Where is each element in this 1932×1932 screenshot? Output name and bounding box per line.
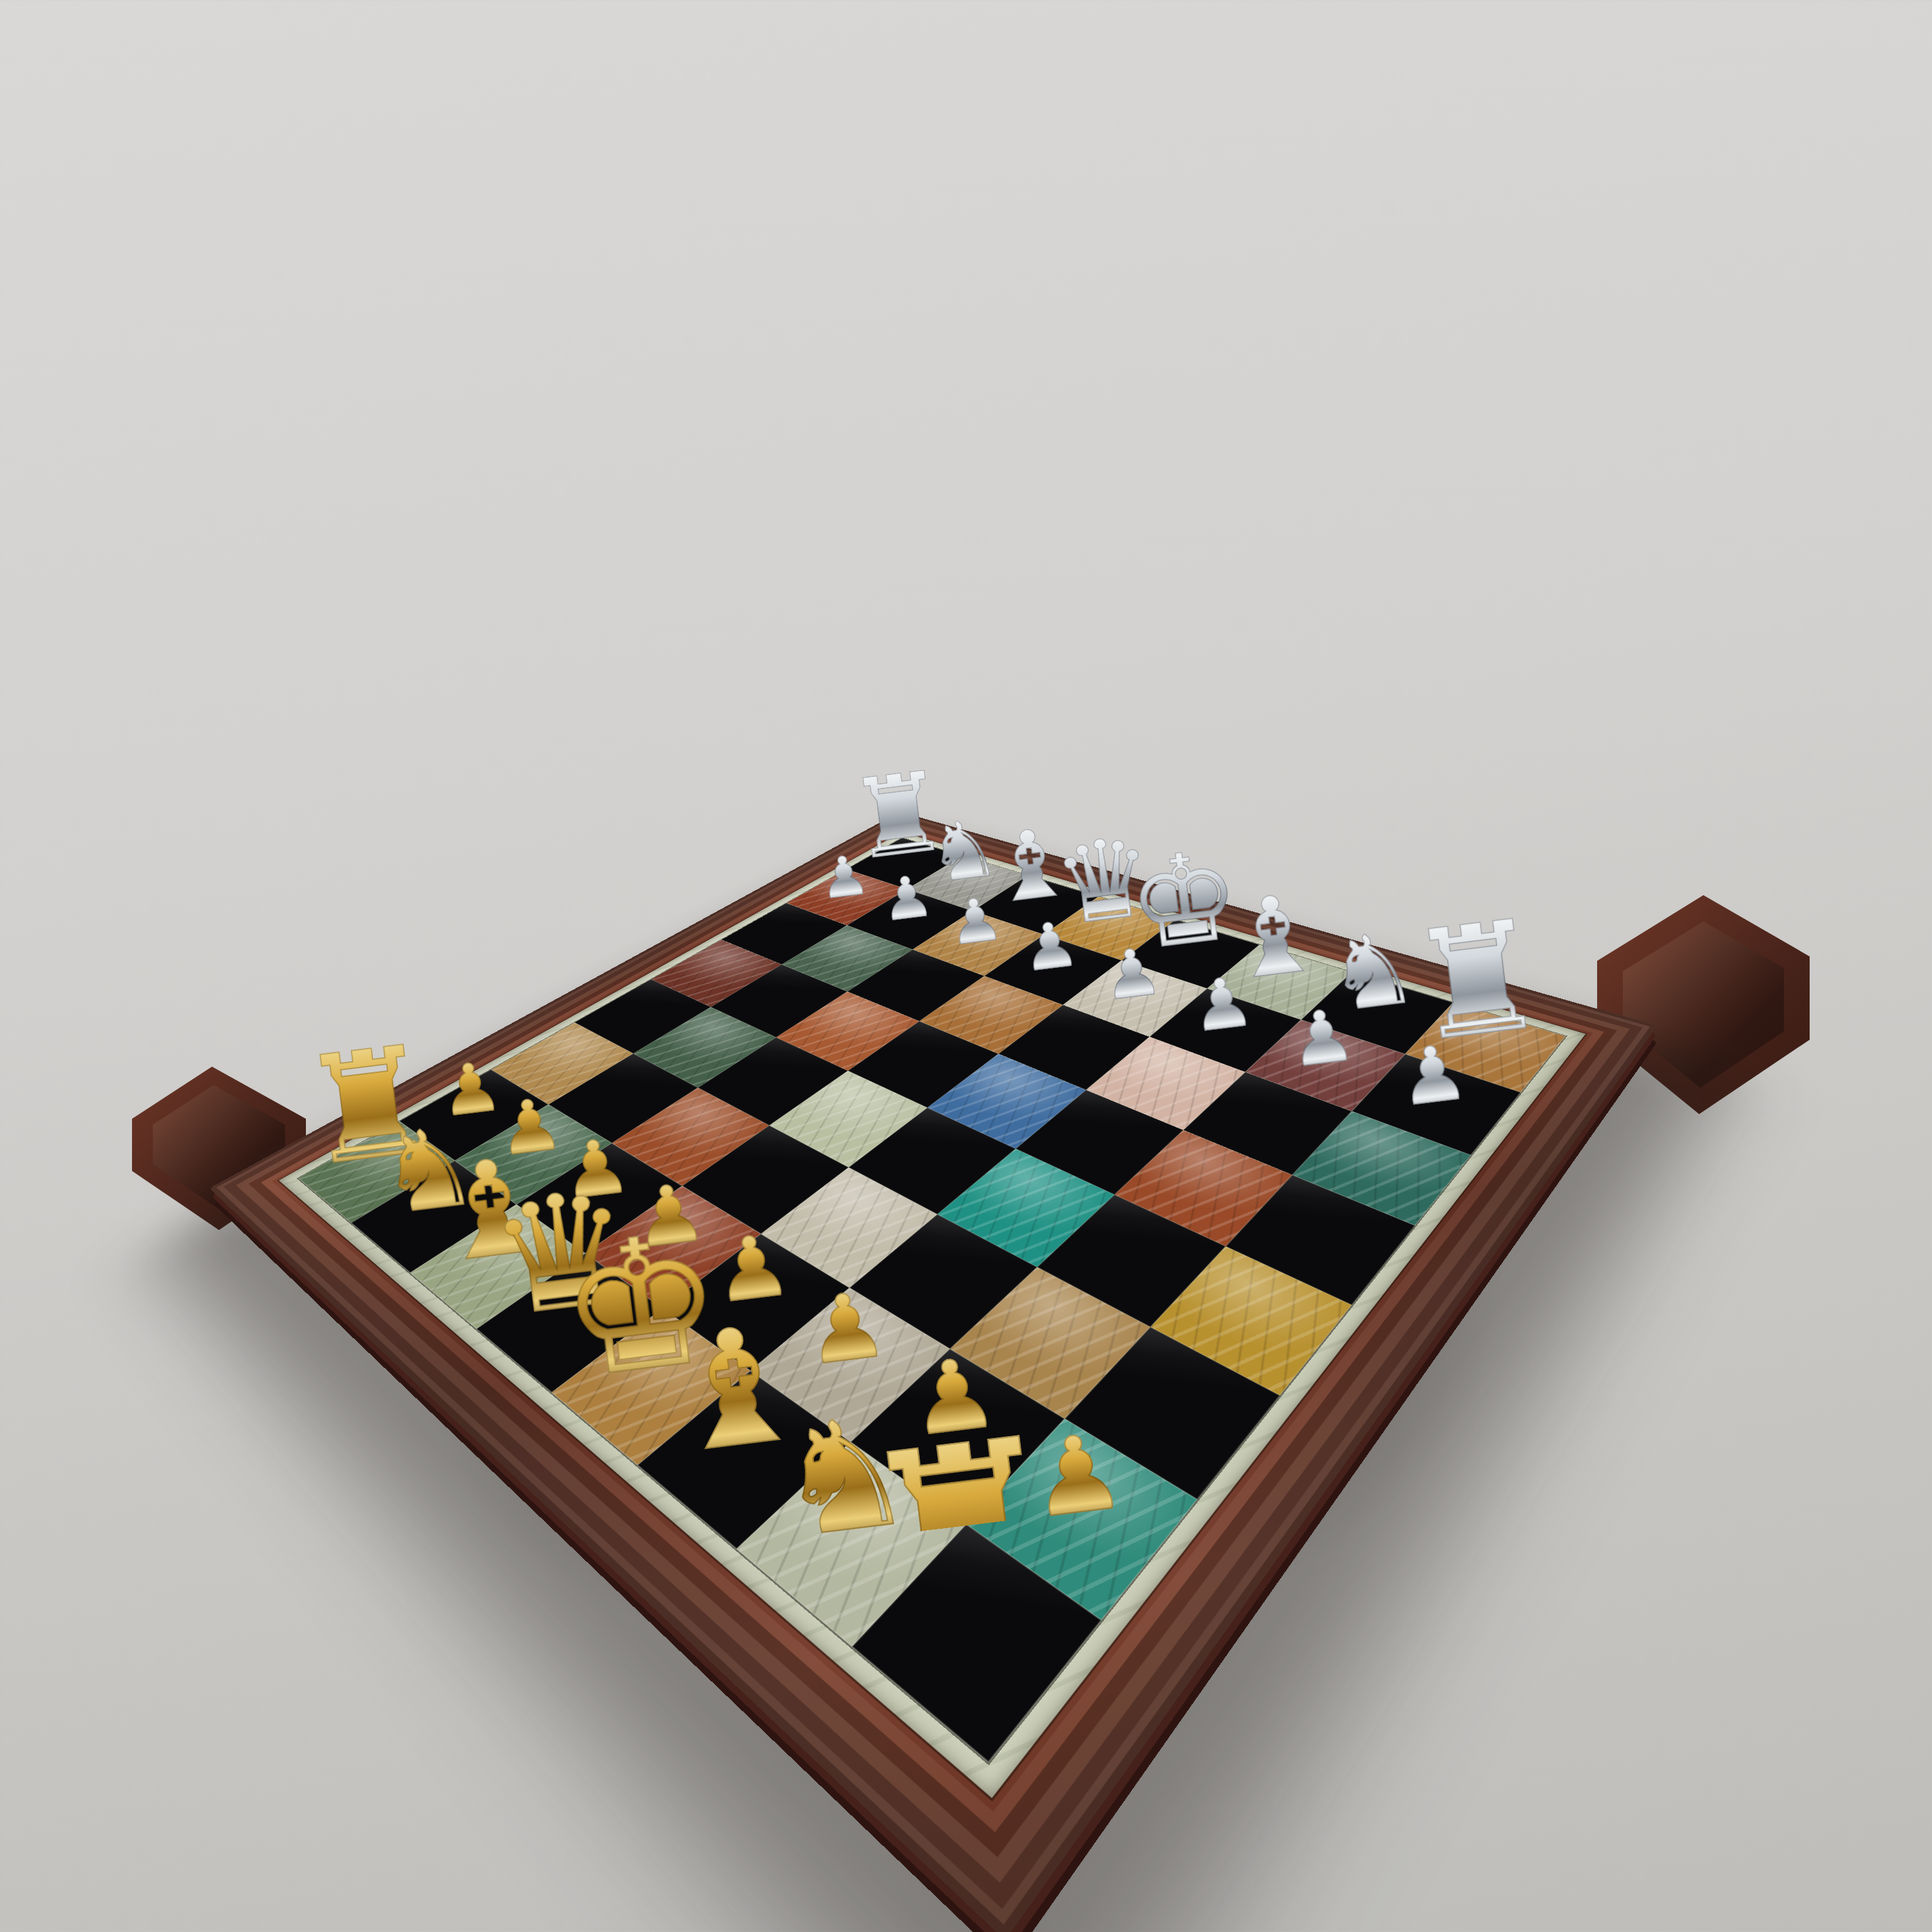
piece-glyph: ♟ [1099,938,1165,1010]
piece-glyph: ♟ [1394,1032,1472,1117]
piece-glyph: ♟ [1285,998,1359,1077]
piece-glyph: ♟ [878,866,936,929]
piece-glyph: ♟ [800,1278,892,1378]
piece-glyph: ♜ [846,1403,1083,1662]
piece-glyph: ♟ [817,846,872,907]
piece-glyph: ♟ [945,888,1006,954]
piece-glyph: ♟ [1019,911,1082,980]
